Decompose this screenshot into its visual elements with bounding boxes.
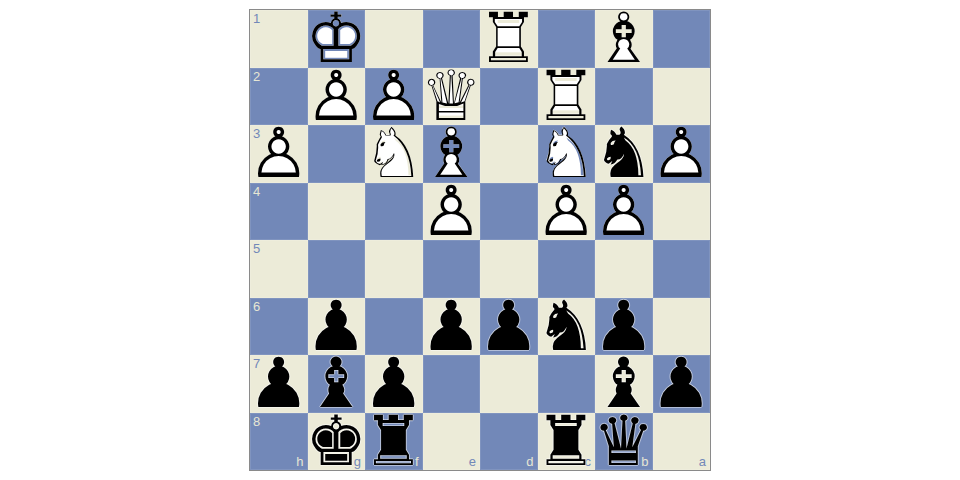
piece-outline-glyph: ♘ xyxy=(365,125,423,183)
square-a6[interactable] xyxy=(653,298,711,356)
square-e5[interactable] xyxy=(423,240,481,298)
piece-black-bishop[interactable]: ♝ xyxy=(308,355,366,413)
piece-outline-glyph: ♗ xyxy=(595,10,653,68)
rank-label-1: 1 xyxy=(253,12,260,25)
square-h1[interactable]: 1 xyxy=(250,10,308,68)
piece-white-pawn[interactable]: ♟♙ xyxy=(365,68,423,126)
square-g4[interactable] xyxy=(308,183,366,241)
rank-label-2: 2 xyxy=(253,70,260,83)
piece-glyph: ♞ xyxy=(595,125,653,183)
piece-white-pawn[interactable]: ♟♙ xyxy=(595,183,653,241)
piece-outline-glyph: ♙ xyxy=(423,183,481,241)
piece-outline-glyph: ♕ xyxy=(423,68,481,126)
file-label-d: d xyxy=(526,455,533,468)
piece-white-knight[interactable]: ♞♘ xyxy=(365,125,423,183)
piece-outline-glyph: ♙ xyxy=(308,68,366,126)
piece-glyph: ♞ xyxy=(538,298,596,356)
square-e3[interactable]: ♝♗ xyxy=(423,125,481,183)
piece-outline-glyph: ♖ xyxy=(538,68,596,126)
piece-outline-glyph: ♙ xyxy=(538,183,596,241)
piece-fill-glyph: ♟ xyxy=(365,68,423,126)
chess-board: 1♚♔♜♖♝♗2♟♙♟♙♛♕♜♖3♟♙♞♘♝♗♞♘♞♟♙4♟♙♟♙♟♙56♟♟♟… xyxy=(249,9,711,471)
piece-black-pawn[interactable]: ♟ xyxy=(308,298,366,356)
square-b8[interactable]: b♛ xyxy=(595,413,653,471)
square-f2[interactable]: ♟♙ xyxy=(365,68,423,126)
rank-label-4: 4 xyxy=(253,185,260,198)
piece-glyph: ♟ xyxy=(480,298,538,356)
square-d1[interactable]: ♜♖ xyxy=(480,10,538,68)
square-d2[interactable] xyxy=(480,68,538,126)
square-d6[interactable]: ♟ xyxy=(480,298,538,356)
piece-glyph: ♟ xyxy=(653,355,711,413)
square-g1[interactable]: ♚♔ xyxy=(308,10,366,68)
piece-fill-glyph: ♜ xyxy=(538,68,596,126)
piece-outline-glyph: ♙ xyxy=(595,183,653,241)
square-a2[interactable] xyxy=(653,68,711,126)
piece-black-pawn[interactable]: ♟ xyxy=(653,355,711,413)
piece-fill-glyph: ♟ xyxy=(653,125,711,183)
square-b3[interactable]: ♞ xyxy=(595,125,653,183)
piece-glyph: ♟ xyxy=(423,298,481,356)
piece-glyph: ♝ xyxy=(308,355,366,413)
piece-black-bishop[interactable]: ♝ xyxy=(595,355,653,413)
file-label-a: a xyxy=(699,455,706,468)
piece-fill-glyph: ♟ xyxy=(538,183,596,241)
square-d7[interactable] xyxy=(480,355,538,413)
square-c7[interactable] xyxy=(538,355,596,413)
square-d8[interactable]: d xyxy=(480,413,538,471)
square-c2[interactable]: ♜♖ xyxy=(538,68,596,126)
piece-white-pawn[interactable]: ♟♙ xyxy=(250,125,308,183)
piece-black-knight[interactable]: ♞ xyxy=(538,298,596,356)
piece-glyph: ♟ xyxy=(308,298,366,356)
square-a7[interactable]: ♟ xyxy=(653,355,711,413)
piece-glyph: ♚ xyxy=(308,413,366,471)
piece-glyph: ♜ xyxy=(365,413,423,471)
square-b2[interactable] xyxy=(595,68,653,126)
square-g5[interactable] xyxy=(308,240,366,298)
square-c8[interactable]: c♜ xyxy=(538,413,596,471)
piece-white-rook[interactable]: ♜♖ xyxy=(538,68,596,126)
square-a3[interactable]: ♟♙ xyxy=(653,125,711,183)
rank-label-5: 5 xyxy=(253,242,260,255)
piece-white-pawn[interactable]: ♟♙ xyxy=(308,68,366,126)
piece-fill-glyph: ♛ xyxy=(423,68,481,126)
square-g8[interactable]: g♚ xyxy=(308,413,366,471)
square-d5[interactable] xyxy=(480,240,538,298)
piece-fill-glyph: ♞ xyxy=(538,125,596,183)
piece-black-pawn[interactable]: ♟ xyxy=(480,298,538,356)
square-b5[interactable] xyxy=(595,240,653,298)
piece-fill-glyph: ♟ xyxy=(595,183,653,241)
rank-label-6: 6 xyxy=(253,300,260,313)
square-h5[interactable]: 5 xyxy=(250,240,308,298)
square-h2[interactable]: 2 xyxy=(250,68,308,126)
square-d4[interactable] xyxy=(480,183,538,241)
square-h6[interactable]: 6 xyxy=(250,298,308,356)
square-h7[interactable]: 7♟ xyxy=(250,355,308,413)
square-f7[interactable]: ♟ xyxy=(365,355,423,413)
piece-white-bishop[interactable]: ♝♗ xyxy=(595,10,653,68)
square-g7[interactable]: ♝ xyxy=(308,355,366,413)
piece-black-knight[interactable]: ♞ xyxy=(595,125,653,183)
square-c5[interactable] xyxy=(538,240,596,298)
square-f8[interactable]: f♜ xyxy=(365,413,423,471)
square-g3[interactable] xyxy=(308,125,366,183)
piece-black-rook[interactable]: ♜ xyxy=(365,413,423,471)
piece-glyph: ♛ xyxy=(595,413,653,471)
piece-fill-glyph: ♟ xyxy=(423,183,481,241)
square-e7[interactable] xyxy=(423,355,481,413)
square-c3[interactable]: ♞♘ xyxy=(538,125,596,183)
rank-label-8: 8 xyxy=(253,415,260,428)
square-e1[interactable] xyxy=(423,10,481,68)
square-f4[interactable] xyxy=(365,183,423,241)
square-a4[interactable] xyxy=(653,183,711,241)
square-e4[interactable]: ♟♙ xyxy=(423,183,481,241)
piece-black-pawn[interactable]: ♟ xyxy=(423,298,481,356)
piece-white-pawn[interactable]: ♟♙ xyxy=(423,183,481,241)
square-f1[interactable] xyxy=(365,10,423,68)
square-h8[interactable]: 8h xyxy=(250,413,308,471)
piece-white-bishop[interactable]: ♝♗ xyxy=(423,125,481,183)
piece-white-king[interactable]: ♚♔ xyxy=(308,10,366,68)
piece-black-rook[interactable]: ♜ xyxy=(538,413,596,471)
piece-outline-glyph: ♘ xyxy=(538,125,596,183)
piece-outline-glyph: ♙ xyxy=(365,68,423,126)
piece-black-pawn[interactable]: ♟ xyxy=(365,355,423,413)
square-b6[interactable]: ♟ xyxy=(595,298,653,356)
square-c4[interactable]: ♟♙ xyxy=(538,183,596,241)
square-a8[interactable]: a xyxy=(653,413,711,471)
square-g2[interactable]: ♟♙ xyxy=(308,68,366,126)
piece-white-rook[interactable]: ♜♖ xyxy=(480,10,538,68)
piece-fill-glyph: ♜ xyxy=(480,10,538,68)
piece-black-pawn[interactable]: ♟ xyxy=(595,298,653,356)
square-b1[interactable]: ♝♗ xyxy=(595,10,653,68)
square-e8[interactable]: e xyxy=(423,413,481,471)
square-e6[interactable]: ♟ xyxy=(423,298,481,356)
piece-fill-glyph: ♝ xyxy=(595,10,653,68)
piece-fill-glyph: ♟ xyxy=(308,68,366,126)
file-label-e: e xyxy=(469,455,476,468)
piece-outline-glyph: ♙ xyxy=(653,125,711,183)
piece-outline-glyph: ♔ xyxy=(308,10,366,68)
piece-black-king[interactable]: ♚ xyxy=(308,413,366,471)
piece-white-pawn[interactable]: ♟♙ xyxy=(653,125,711,183)
piece-outline-glyph: ♙ xyxy=(250,125,308,183)
square-h3[interactable]: 3♟♙ xyxy=(250,125,308,183)
piece-glyph: ♜ xyxy=(538,413,596,471)
square-c1[interactable] xyxy=(538,10,596,68)
piece-black-queen[interactable]: ♛ xyxy=(595,413,653,471)
piece-black-pawn[interactable]: ♟ xyxy=(250,355,308,413)
square-a1[interactable] xyxy=(653,10,711,68)
square-f3[interactable]: ♞♘ xyxy=(365,125,423,183)
square-b7[interactable]: ♝ xyxy=(595,355,653,413)
square-g6[interactable]: ♟ xyxy=(308,298,366,356)
piece-white-queen[interactable]: ♛♕ xyxy=(423,68,481,126)
piece-white-pawn[interactable]: ♟♙ xyxy=(538,183,596,241)
piece-glyph: ♟ xyxy=(250,355,308,413)
piece-outline-glyph: ♗ xyxy=(423,125,481,183)
piece-glyph: ♟ xyxy=(365,355,423,413)
page-background: 1♚♔♜♖♝♗2♟♙♟♙♛♕♜♖3♟♙♞♘♝♗♞♘♞♟♙4♟♙♟♙♟♙56♟♟♟… xyxy=(0,0,960,480)
piece-fill-glyph: ♚ xyxy=(308,10,366,68)
square-d3[interactable] xyxy=(480,125,538,183)
piece-fill-glyph: ♟ xyxy=(250,125,308,183)
square-f6[interactable] xyxy=(365,298,423,356)
piece-fill-glyph: ♞ xyxy=(365,125,423,183)
square-c6[interactable]: ♞ xyxy=(538,298,596,356)
file-label-h: h xyxy=(296,455,303,468)
piece-glyph: ♝ xyxy=(595,355,653,413)
square-e2[interactable]: ♛♕ xyxy=(423,68,481,126)
piece-glyph: ♟ xyxy=(595,298,653,356)
piece-fill-glyph: ♝ xyxy=(423,125,481,183)
square-a5[interactable] xyxy=(653,240,711,298)
square-f5[interactable] xyxy=(365,240,423,298)
square-b4[interactable]: ♟♙ xyxy=(595,183,653,241)
piece-white-knight[interactable]: ♞♘ xyxy=(538,125,596,183)
piece-outline-glyph: ♖ xyxy=(480,10,538,68)
square-h4[interactable]: 4 xyxy=(250,183,308,241)
